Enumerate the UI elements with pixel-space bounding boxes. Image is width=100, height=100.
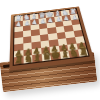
board-square[interactable]: ♜ bbox=[77, 49, 88, 57]
board-square[interactable]: ♜ bbox=[14, 56, 23, 64]
frame-pinline: ♜♞♝♛♚♝♞♜♟♟♟♟♟♟♟♟♟♟♟♟♟♟♟♟♜♞♝♛♚♝♞♜ bbox=[13, 8, 90, 66]
chess-board: ♜♞♝♛♚♝♞♜♟♟♟♟♟♟♟♟♟♟♟♟♟♟♟♟♜♞♝♛♚♝♞♜ bbox=[9, 6, 94, 70]
board-grid: ♜♞♝♛♚♝♞♜♟♟♟♟♟♟♟♟♟♟♟♟♟♟♟♟♜♞♝♛♚♝♞♜ bbox=[14, 9, 88, 65]
board-frame: ♜♞♝♛♚♝♞♜♟♟♟♟♟♟♟♟♟♟♟♟♟♟♟♟♜♞♝♛♚♝♞♜ bbox=[9, 6, 94, 70]
chess-set-photo: ♜♞♝♛♚♝♞♜♟♟♟♟♟♟♟♟♟♟♟♟♟♟♟♟♜♞♝♛♚♝♞♜ bbox=[0, 0, 100, 100]
piece-brass-rook[interactable]: ♜ bbox=[77, 47, 88, 57]
